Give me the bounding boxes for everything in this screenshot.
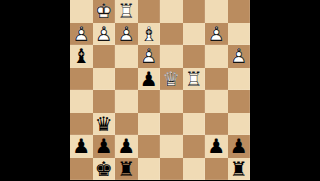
piece-black-pawn-h2-icon: ♟ bbox=[228, 135, 251, 158]
piece-black-pawn-g2-icon: ♟ bbox=[205, 135, 228, 158]
square-b2[interactable]: ♟ bbox=[93, 135, 116, 158]
square-b7[interactable]: ♟♙ bbox=[93, 23, 116, 46]
square-g2[interactable]: ♟ bbox=[205, 135, 228, 158]
square-c7[interactable]: ♟♙ bbox=[115, 23, 138, 46]
square-b4[interactable] bbox=[93, 90, 116, 113]
square-a5[interactable] bbox=[70, 68, 93, 91]
piece-outline: ♕ bbox=[160, 68, 183, 91]
piece-outline: ♙ bbox=[115, 23, 138, 46]
piece-white-rook-c8-icon: ♜♖ bbox=[115, 0, 138, 23]
square-f1[interactable] bbox=[183, 158, 206, 181]
square-c3[interactable] bbox=[115, 113, 138, 136]
square-d1[interactable] bbox=[138, 158, 161, 181]
square-f6[interactable] bbox=[183, 45, 206, 68]
piece-fill: ♟ bbox=[115, 135, 138, 158]
screenshot-stage: ♚♔♜♖♟♙♟♙♟♙♝♗♟♙♝♟♙♟♙♟♛♕♜♖♛♟♟♟♟♟♚♜♜ bbox=[0, 0, 320, 180]
square-c6[interactable] bbox=[115, 45, 138, 68]
piece-fill: ♟ bbox=[205, 135, 228, 158]
piece-fill: ♜ bbox=[228, 158, 251, 181]
square-f4[interactable] bbox=[183, 90, 206, 113]
square-h1[interactable]: ♜ bbox=[228, 158, 251, 181]
square-a3[interactable] bbox=[70, 113, 93, 136]
piece-black-rook-c1-icon: ♜ bbox=[115, 158, 138, 181]
piece-outline: ♗ bbox=[138, 23, 161, 46]
square-g7[interactable]: ♟♙ bbox=[205, 23, 228, 46]
piece-white-king-b8-icon: ♚♔ bbox=[93, 0, 116, 23]
piece-outline: ♖ bbox=[115, 0, 138, 23]
piece-black-pawn-a2-icon: ♟ bbox=[70, 135, 93, 158]
square-g6[interactable] bbox=[205, 45, 228, 68]
square-e7[interactable] bbox=[160, 23, 183, 46]
square-f8[interactable] bbox=[183, 0, 206, 23]
square-b3[interactable]: ♛ bbox=[93, 113, 116, 136]
piece-black-pawn-b2-icon: ♟ bbox=[93, 135, 116, 158]
piece-black-king-b1-icon: ♚ bbox=[93, 158, 116, 181]
square-g1[interactable] bbox=[205, 158, 228, 181]
square-e5[interactable]: ♛♕ bbox=[160, 68, 183, 91]
square-d6[interactable]: ♟♙ bbox=[138, 45, 161, 68]
piece-black-rook-h1-icon: ♜ bbox=[228, 158, 251, 181]
piece-outline: ♙ bbox=[93, 23, 116, 46]
square-h2[interactable]: ♟ bbox=[228, 135, 251, 158]
square-c8[interactable]: ♜♖ bbox=[115, 0, 138, 23]
square-d5[interactable]: ♟ bbox=[138, 68, 161, 91]
piece-white-rook-f5-icon: ♜♖ bbox=[183, 68, 206, 91]
square-d4[interactable] bbox=[138, 90, 161, 113]
square-g8[interactable] bbox=[205, 0, 228, 23]
square-f3[interactable] bbox=[183, 113, 206, 136]
square-f7[interactable] bbox=[183, 23, 206, 46]
piece-outline: ♙ bbox=[138, 45, 161, 68]
square-e1[interactable] bbox=[160, 158, 183, 181]
square-g5[interactable] bbox=[205, 68, 228, 91]
square-b5[interactable] bbox=[93, 68, 116, 91]
square-d7[interactable]: ♝♗ bbox=[138, 23, 161, 46]
square-a1[interactable] bbox=[70, 158, 93, 181]
piece-white-bishop-d7-icon: ♝♗ bbox=[138, 23, 161, 46]
square-d3[interactable] bbox=[138, 113, 161, 136]
square-c5[interactable] bbox=[115, 68, 138, 91]
piece-fill: ♜ bbox=[115, 158, 138, 181]
piece-black-queen-b3-icon: ♛ bbox=[93, 113, 116, 136]
piece-white-pawn-c7-icon: ♟♙ bbox=[115, 23, 138, 46]
square-a7[interactable]: ♟♙ bbox=[70, 23, 93, 46]
square-e8[interactable] bbox=[160, 0, 183, 23]
piece-white-pawn-d6-icon: ♟♙ bbox=[138, 45, 161, 68]
square-f2[interactable] bbox=[183, 135, 206, 158]
piece-white-pawn-b7-icon: ♟♙ bbox=[93, 23, 116, 46]
square-h7[interactable] bbox=[228, 23, 251, 46]
square-e3[interactable] bbox=[160, 113, 183, 136]
square-c2[interactable]: ♟ bbox=[115, 135, 138, 158]
square-h4[interactable] bbox=[228, 90, 251, 113]
square-e4[interactable] bbox=[160, 90, 183, 113]
piece-outline: ♔ bbox=[93, 0, 116, 23]
piece-white-pawn-h6-icon: ♟♙ bbox=[228, 45, 251, 68]
square-d2[interactable] bbox=[138, 135, 161, 158]
piece-fill: ♟ bbox=[93, 135, 116, 158]
piece-black-bishop-a6-icon: ♝ bbox=[70, 45, 93, 68]
piece-fill: ♛ bbox=[93, 113, 116, 136]
square-f5[interactable]: ♜♖ bbox=[183, 68, 206, 91]
piece-white-pawn-g7-icon: ♟♙ bbox=[205, 23, 228, 46]
piece-fill: ♟ bbox=[70, 135, 93, 158]
square-b1[interactable]: ♚ bbox=[93, 158, 116, 181]
square-d8[interactable] bbox=[138, 0, 161, 23]
square-b8[interactable]: ♚♔ bbox=[93, 0, 116, 23]
square-a8[interactable] bbox=[70, 0, 93, 23]
square-g4[interactable] bbox=[205, 90, 228, 113]
piece-white-pawn-a7-icon: ♟♙ bbox=[70, 23, 93, 46]
square-c4[interactable] bbox=[115, 90, 138, 113]
piece-fill: ♟ bbox=[228, 135, 251, 158]
piece-outline: ♖ bbox=[183, 68, 206, 91]
piece-fill: ♟ bbox=[138, 68, 161, 91]
square-a4[interactable] bbox=[70, 90, 93, 113]
square-a6[interactable]: ♝ bbox=[70, 45, 93, 68]
piece-white-queen-e5-icon: ♛♕ bbox=[160, 68, 183, 91]
square-h5[interactable] bbox=[228, 68, 251, 91]
square-a2[interactable]: ♟ bbox=[70, 135, 93, 158]
square-e6[interactable] bbox=[160, 45, 183, 68]
square-b6[interactable] bbox=[93, 45, 116, 68]
square-h6[interactable]: ♟♙ bbox=[228, 45, 251, 68]
piece-outline: ♙ bbox=[70, 23, 93, 46]
square-e2[interactable] bbox=[160, 135, 183, 158]
square-h3[interactable] bbox=[228, 113, 251, 136]
piece-fill: ♝ bbox=[70, 45, 93, 68]
piece-black-pawn-d5-icon: ♟ bbox=[138, 68, 161, 91]
chess-board: ♚♔♜♖♟♙♟♙♟♙♝♗♟♙♝♟♙♟♙♟♛♕♜♖♛♟♟♟♟♟♚♜♜ bbox=[70, 0, 250, 180]
square-g3[interactable] bbox=[205, 113, 228, 136]
piece-outline: ♙ bbox=[228, 45, 251, 68]
square-c1[interactable]: ♜ bbox=[115, 158, 138, 181]
piece-fill: ♚ bbox=[93, 158, 116, 181]
piece-outline: ♙ bbox=[205, 23, 228, 46]
piece-black-pawn-c2-icon: ♟ bbox=[115, 135, 138, 158]
square-h8[interactable] bbox=[228, 0, 251, 23]
